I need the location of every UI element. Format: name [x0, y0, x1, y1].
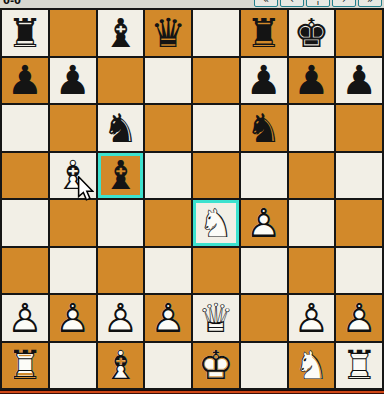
piece-white-king: ♚♔ — [193, 343, 239, 389]
piece-glyph-fill: ♚ — [193, 343, 239, 389]
piece-white-pawn: ♟♙ — [336, 295, 382, 341]
piece-glyph-fill: ♟ — [2, 58, 48, 104]
square-f4[interactable]: ♟♙ — [241, 200, 287, 246]
square-f5[interactable] — [241, 153, 287, 199]
piece-glyph-outline: ♙ — [336, 295, 382, 341]
nav-current-button[interactable]: ¦ — [306, 0, 330, 7]
square-e7[interactable] — [193, 58, 239, 104]
piece-white-pawn: ♟♙ — [145, 295, 191, 341]
square-a3[interactable] — [2, 248, 48, 294]
square-e8[interactable] — [193, 10, 239, 56]
piece-black-pawn: ♟ — [336, 58, 382, 104]
piece-black-knight: ♞ — [98, 105, 144, 151]
piece-glyph-fill: ♟ — [2, 295, 48, 341]
piece-black-pawn: ♟ — [241, 58, 287, 104]
square-e2[interactable]: ♛♕ — [193, 295, 239, 341]
square-g6[interactable] — [289, 105, 335, 151]
piece-glyph-outline: ♙ — [2, 295, 48, 341]
nav-prev-button[interactable]: ‹ — [280, 0, 304, 7]
square-c7[interactable] — [98, 58, 144, 104]
piece-glyph-fill: ♝ — [98, 343, 144, 389]
square-h6[interactable] — [336, 105, 382, 151]
square-c4[interactable] — [98, 200, 144, 246]
square-d6[interactable] — [145, 105, 191, 151]
piece-black-knight: ♞ — [241, 105, 287, 151]
piece-black-pawn: ♟ — [50, 58, 96, 104]
square-a7[interactable]: ♟ — [2, 58, 48, 104]
square-f1[interactable] — [241, 343, 287, 389]
square-e1[interactable]: ♚♔ — [193, 343, 239, 389]
square-c3[interactable] — [98, 248, 144, 294]
piece-glyph-fill: ♜ — [2, 343, 48, 389]
square-e5[interactable] — [193, 153, 239, 199]
square-a5[interactable] — [2, 153, 48, 199]
square-d5[interactable] — [145, 153, 191, 199]
square-h8[interactable] — [336, 10, 382, 56]
toolbar: 0-0 « ‹ ¦ › » — [0, 0, 384, 8]
piece-glyph-outline: ♕ — [193, 295, 239, 341]
piece-glyph-fill: ♟ — [241, 58, 287, 104]
square-f7[interactable]: ♟ — [241, 58, 287, 104]
piece-glyph-fill: ♜ — [2, 10, 48, 56]
square-h3[interactable] — [336, 248, 382, 294]
piece-black-bishop: ♝ — [98, 153, 144, 199]
piece-glyph-outline: ♘ — [289, 343, 335, 389]
square-b6[interactable] — [50, 105, 96, 151]
piece-glyph-outline: ♙ — [98, 295, 144, 341]
piece-glyph-fill: ♛ — [193, 295, 239, 341]
piece-black-rook: ♜ — [2, 10, 48, 56]
square-c6[interactable]: ♞ — [98, 105, 144, 151]
square-d1[interactable] — [145, 343, 191, 389]
square-g8[interactable]: ♚ — [289, 10, 335, 56]
square-c8[interactable]: ♝ — [98, 10, 144, 56]
piece-black-rook: ♜ — [241, 10, 287, 56]
piece-white-rook: ♜♖ — [2, 343, 48, 389]
square-c5[interactable]: ♝ — [98, 153, 144, 199]
square-b4[interactable] — [50, 200, 96, 246]
square-b3[interactable] — [50, 248, 96, 294]
piece-glyph-fill: ♟ — [145, 295, 191, 341]
piece-glyph-outline: ♘ — [193, 200, 239, 246]
square-b1[interactable] — [50, 343, 96, 389]
square-h4[interactable] — [336, 200, 382, 246]
piece-glyph-fill: ♞ — [241, 105, 287, 151]
square-a4[interactable] — [2, 200, 48, 246]
nav-first-button[interactable]: « — [254, 0, 278, 7]
piece-glyph-fill: ♜ — [336, 343, 382, 389]
square-d2[interactable]: ♟♙ — [145, 295, 191, 341]
move-text: 0-0 — [3, 0, 21, 7]
piece-glyph-fill: ♜ — [241, 10, 287, 56]
square-b7[interactable]: ♟ — [50, 58, 96, 104]
piece-white-pawn: ♟♙ — [50, 295, 96, 341]
piece-white-knight: ♞♘ — [193, 200, 239, 246]
piece-glyph-outline: ♙ — [241, 200, 287, 246]
square-f3[interactable] — [241, 248, 287, 294]
square-g3[interactable] — [289, 248, 335, 294]
piece-glyph-outline: ♖ — [336, 343, 382, 389]
square-g5[interactable] — [289, 153, 335, 199]
square-d4[interactable] — [145, 200, 191, 246]
piece-glyph-fill: ♟ — [98, 295, 144, 341]
piece-glyph-fill: ♞ — [193, 200, 239, 246]
square-g4[interactable] — [289, 200, 335, 246]
piece-white-knight: ♞♘ — [289, 343, 335, 389]
window-bottom-edge — [0, 390, 384, 394]
square-h1[interactable]: ♜♖ — [336, 343, 382, 389]
piece-glyph-outline: ♙ — [50, 295, 96, 341]
piece-white-pawn: ♟♙ — [2, 295, 48, 341]
piece-white-pawn: ♟♙ — [289, 295, 335, 341]
square-d3[interactable] — [145, 248, 191, 294]
piece-glyph-outline: ♖ — [2, 343, 48, 389]
piece-white-queen: ♛♕ — [193, 295, 239, 341]
square-e4[interactable]: ♞♘ — [193, 200, 239, 246]
chess-board: ♜♝♛♜♚♟♟♟♟♟♞♞♝♗♝♞♘♟♙♟♙♟♙♟♙♟♙♛♕♟♙♟♙♜♖♝♗♚♔♞… — [0, 8, 384, 390]
nav-button-group: « ‹ ¦ › » — [254, 0, 382, 7]
piece-glyph-outline: ♙ — [145, 295, 191, 341]
square-h2[interactable]: ♟♙ — [336, 295, 382, 341]
square-h5[interactable] — [336, 153, 382, 199]
square-d8[interactable]: ♛ — [145, 10, 191, 56]
nav-last-button[interactable]: » — [358, 0, 382, 7]
piece-glyph-fill: ♟ — [289, 295, 335, 341]
piece-white-pawn: ♟♙ — [98, 295, 144, 341]
piece-glyph-fill: ♟ — [241, 200, 287, 246]
piece-black-pawn: ♟ — [289, 58, 335, 104]
piece-white-bishop: ♝♗ — [98, 343, 144, 389]
mouse-cursor-icon — [77, 176, 94, 206]
nav-next-button[interactable]: › — [332, 0, 356, 7]
square-f6[interactable]: ♞ — [241, 105, 287, 151]
piece-black-king: ♚ — [289, 10, 335, 56]
square-g7[interactable]: ♟ — [289, 58, 335, 104]
piece-glyph-fill: ♟ — [50, 295, 96, 341]
square-h7[interactable]: ♟ — [336, 58, 382, 104]
piece-glyph-fill: ♛ — [145, 10, 191, 56]
piece-glyph-fill: ♞ — [98, 105, 144, 151]
square-b2[interactable]: ♟♙ — [50, 295, 96, 341]
piece-black-bishop: ♝ — [98, 10, 144, 56]
square-c2[interactable]: ♟♙ — [98, 295, 144, 341]
piece-glyph-fill: ♞ — [289, 343, 335, 389]
piece-glyph-fill: ♝ — [98, 153, 144, 199]
piece-glyph-fill: ♚ — [289, 10, 335, 56]
piece-glyph-outline: ♗ — [98, 343, 144, 389]
piece-black-queen: ♛ — [145, 10, 191, 56]
square-a2[interactable]: ♟♙ — [2, 295, 48, 341]
square-e3[interactable] — [193, 248, 239, 294]
piece-glyph-outline: ♔ — [193, 343, 239, 389]
square-f8[interactable]: ♜ — [241, 10, 287, 56]
square-g1[interactable]: ♞♘ — [289, 343, 335, 389]
square-b8[interactable] — [50, 10, 96, 56]
piece-white-rook: ♜♖ — [336, 343, 382, 389]
square-a8[interactable]: ♜ — [2, 10, 48, 56]
piece-black-pawn: ♟ — [2, 58, 48, 104]
square-a6[interactable] — [2, 105, 48, 151]
piece-glyph-fill: ♟ — [336, 295, 382, 341]
piece-glyph-fill: ♟ — [289, 58, 335, 104]
square-a1[interactable]: ♜♖ — [2, 343, 48, 389]
piece-glyph-fill: ♝ — [98, 10, 144, 56]
square-f2[interactable] — [241, 295, 287, 341]
square-e6[interactable] — [193, 105, 239, 151]
piece-glyph-fill: ♟ — [50, 58, 96, 104]
piece-white-pawn: ♟♙ — [241, 200, 287, 246]
square-c1[interactable]: ♝♗ — [98, 343, 144, 389]
piece-glyph-outline: ♙ — [289, 295, 335, 341]
piece-glyph-fill: ♟ — [336, 58, 382, 104]
square-d7[interactable] — [145, 58, 191, 104]
square-g2[interactable]: ♟♙ — [289, 295, 335, 341]
